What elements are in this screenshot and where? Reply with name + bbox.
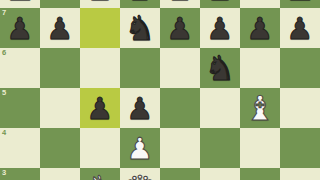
- square-d5[interactable]: ♟: [120, 88, 160, 128]
- piece-white-pawn[interactable]: ♟: [120, 128, 160, 168]
- piece-black-pawn[interactable]: ♟: [160, 8, 200, 48]
- square-c6[interactable]: [80, 48, 120, 88]
- square-b7[interactable]: ♟: [40, 8, 80, 48]
- square-a4[interactable]: 4: [0, 128, 40, 168]
- square-d8[interactable]: ♛: [120, 0, 160, 8]
- piece-black-bishop[interactable]: ♝: [200, 0, 240, 8]
- square-e3[interactable]: [160, 168, 200, 180]
- square-c5[interactable]: ♟: [80, 88, 120, 128]
- chess-app-frame: ♜♝♛♚♝♜7♟♟♞♟♟♟♟6♞5♟♟♝4♟3♞♛♟♟♟♟♟♟♟♜♚♝♞♜: [0, 0, 320, 180]
- square-g3[interactable]: [240, 168, 280, 180]
- rank-label-4: 4: [2, 129, 6, 137]
- square-c4[interactable]: [80, 128, 120, 168]
- square-c8[interactable]: ♝: [80, 0, 120, 8]
- piece-black-queen[interactable]: ♛: [120, 0, 160, 8]
- square-d6[interactable]: [120, 48, 160, 88]
- square-g5[interactable]: ♝: [240, 88, 280, 128]
- square-h4[interactable]: [280, 128, 320, 168]
- square-a5[interactable]: 5: [0, 88, 40, 128]
- piece-white-queen[interactable]: ♛: [120, 168, 160, 180]
- square-g7[interactable]: ♟: [240, 8, 280, 48]
- square-e7[interactable]: ♟: [160, 8, 200, 48]
- rank-label-5: 5: [2, 89, 6, 97]
- square-b4[interactable]: [40, 128, 80, 168]
- square-f6[interactable]: ♞: [200, 48, 240, 88]
- square-e4[interactable]: [160, 128, 200, 168]
- square-c7[interactable]: [80, 8, 120, 48]
- square-g4[interactable]: [240, 128, 280, 168]
- square-e8[interactable]: ♚: [160, 0, 200, 8]
- square-h6[interactable]: [280, 48, 320, 88]
- square-e5[interactable]: [160, 88, 200, 128]
- square-f4[interactable]: [200, 128, 240, 168]
- square-d7[interactable]: ♞: [120, 8, 160, 48]
- piece-black-pawn[interactable]: ♟: [0, 8, 40, 48]
- square-a3[interactable]: 3: [0, 168, 40, 180]
- square-a6[interactable]: 6: [0, 48, 40, 88]
- square-d3[interactable]: ♛: [120, 168, 160, 180]
- square-c3[interactable]: ♞: [80, 168, 120, 180]
- piece-black-pawn[interactable]: ♟: [240, 8, 280, 48]
- square-h5[interactable]: [280, 88, 320, 128]
- piece-black-king[interactable]: ♚: [160, 0, 200, 8]
- square-g8[interactable]: [240, 0, 280, 8]
- square-a8[interactable]: ♜: [0, 0, 40, 8]
- square-a7[interactable]: 7♟: [0, 8, 40, 48]
- square-g6[interactable]: [240, 48, 280, 88]
- piece-white-knight[interactable]: ♞: [80, 168, 120, 180]
- square-h8[interactable]: ♜: [280, 0, 320, 8]
- square-d4[interactable]: ♟: [120, 128, 160, 168]
- piece-black-pawn[interactable]: ♟: [200, 8, 240, 48]
- square-f8[interactable]: ♝: [200, 0, 240, 8]
- square-e6[interactable]: [160, 48, 200, 88]
- square-f5[interactable]: [200, 88, 240, 128]
- square-f7[interactable]: ♟: [200, 8, 240, 48]
- rank-label-6: 6: [2, 49, 6, 57]
- piece-black-knight[interactable]: ♞: [120, 8, 160, 48]
- square-b6[interactable]: [40, 48, 80, 88]
- square-b5[interactable]: [40, 88, 80, 128]
- piece-black-rook[interactable]: ♜: [0, 0, 40, 8]
- piece-black-pawn[interactable]: ♟: [40, 8, 80, 48]
- piece-black-bishop[interactable]: ♝: [80, 0, 120, 8]
- piece-black-knight[interactable]: ♞: [200, 48, 240, 88]
- piece-white-bishop[interactable]: ♝: [240, 88, 280, 128]
- rank-label-3: 3: [2, 169, 6, 177]
- square-b8[interactable]: [40, 0, 80, 8]
- square-f3[interactable]: [200, 168, 240, 180]
- piece-black-pawn[interactable]: ♟: [120, 88, 160, 128]
- chess-board[interactable]: ♜♝♛♚♝♜7♟♟♞♟♟♟♟6♞5♟♟♝4♟3♞♛♟♟♟♟♟♟♟♜♚♝♞♜: [0, 0, 320, 180]
- piece-black-pawn[interactable]: ♟: [280, 8, 320, 48]
- square-h3[interactable]: [280, 168, 320, 180]
- square-h7[interactable]: ♟: [280, 8, 320, 48]
- piece-black-pawn[interactable]: ♟: [80, 88, 120, 128]
- piece-black-rook[interactable]: ♜: [280, 0, 320, 8]
- square-b3[interactable]: [40, 168, 80, 180]
